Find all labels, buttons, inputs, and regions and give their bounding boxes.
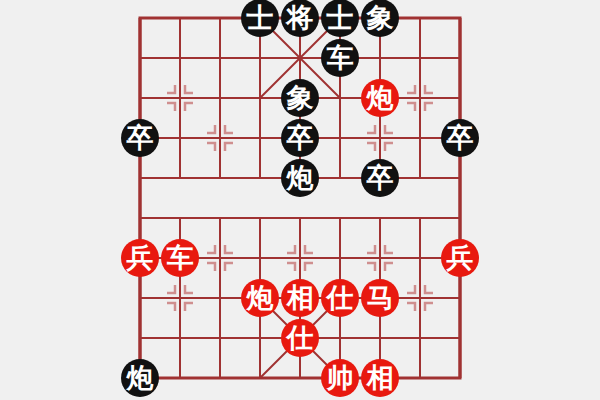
board-point[interactable]: [440, 198, 480, 238]
board-point[interactable]: [440, 158, 480, 198]
board-point[interactable]: [240, 38, 280, 78]
board-point[interactable]: [360, 118, 400, 158]
piece-red-cannon[interactable]: 炮: [361, 79, 399, 117]
piece-red-soldier[interactable]: 兵: [121, 239, 159, 277]
board-point[interactable]: [280, 358, 320, 398]
piece-black-soldier[interactable]: 卒: [281, 119, 319, 157]
piece-black-soldier[interactable]: 卒: [121, 119, 159, 157]
board-point[interactable]: [440, 38, 480, 78]
board-point[interactable]: 兵: [440, 238, 480, 278]
board-point[interactable]: [240, 358, 280, 398]
board-point[interactable]: [200, 198, 240, 238]
piece-black-advisor[interactable]: 士: [241, 0, 279, 37]
board-point[interactable]: [200, 358, 240, 398]
board-point[interactable]: [440, 278, 480, 318]
board-point[interactable]: [160, 158, 200, 198]
board-grid: 士将士象车象炮卒卒卒炮卒兵车兵炮相仕马仕炮帅相: [120, 0, 480, 398]
board-point[interactable]: 车: [320, 38, 360, 78]
board-point[interactable]: [400, 78, 440, 118]
board-point[interactable]: 马: [360, 278, 400, 318]
board-point[interactable]: 相: [360, 358, 400, 398]
piece-red-horse[interactable]: 马: [361, 279, 399, 317]
piece-red-general[interactable]: 帅: [321, 359, 359, 397]
board-point[interactable]: [320, 78, 360, 118]
board-point[interactable]: [160, 118, 200, 158]
board-point[interactable]: 帅: [320, 358, 360, 398]
board-point[interactable]: [400, 0, 440, 38]
board-point[interactable]: [120, 198, 160, 238]
board-point[interactable]: [200, 318, 240, 358]
piece-black-elephant[interactable]: 象: [361, 0, 399, 37]
board-point[interactable]: 炮: [360, 78, 400, 118]
board-point[interactable]: [320, 118, 360, 158]
board-point[interactable]: [160, 318, 200, 358]
board-point[interactable]: [440, 318, 480, 358]
piece-black-soldier[interactable]: 卒: [361, 159, 399, 197]
piece-black-general[interactable]: 将: [281, 0, 319, 37]
board-point[interactable]: [120, 318, 160, 358]
board-point[interactable]: [120, 0, 160, 38]
board-point[interactable]: 卒: [280, 118, 320, 158]
board-point[interactable]: [240, 198, 280, 238]
board-point[interactable]: [280, 38, 320, 78]
board-point[interactable]: [160, 198, 200, 238]
board-point[interactable]: 卒: [440, 118, 480, 158]
board-point[interactable]: [280, 198, 320, 238]
piece-red-elephant[interactable]: 相: [361, 359, 399, 397]
board-point[interactable]: 车: [160, 238, 200, 278]
board-point[interactable]: [200, 38, 240, 78]
board-point[interactable]: [360, 238, 400, 278]
piece-black-advisor[interactable]: 士: [321, 0, 359, 37]
board-point[interactable]: [400, 318, 440, 358]
piece-red-elephant[interactable]: 相: [281, 279, 319, 317]
board-point[interactable]: [200, 0, 240, 38]
board-point[interactable]: [240, 318, 280, 358]
board-point[interactable]: [240, 238, 280, 278]
board-point[interactable]: 卒: [360, 158, 400, 198]
board-point[interactable]: 将: [280, 0, 320, 38]
board-point[interactable]: [160, 38, 200, 78]
board-point[interactable]: [240, 158, 280, 198]
board-point[interactable]: 象: [280, 78, 320, 118]
piece-red-soldier[interactable]: 兵: [441, 239, 479, 277]
board-point[interactable]: 相: [280, 278, 320, 318]
board-point[interactable]: 炮: [240, 278, 280, 318]
piece-red-chariot[interactable]: 车: [161, 239, 199, 277]
piece-black-cannon[interactable]: 炮: [281, 159, 319, 197]
board-point[interactable]: 兵: [120, 238, 160, 278]
board-point[interactable]: [440, 78, 480, 118]
board-point[interactable]: [360, 198, 400, 238]
board-point[interactable]: [200, 78, 240, 118]
board-point[interactable]: 仕: [320, 278, 360, 318]
board-point[interactable]: [160, 278, 200, 318]
board-point[interactable]: [120, 158, 160, 198]
xiangqi-board: 士将士象车象炮卒卒卒炮卒兵车兵炮相仕马仕炮帅相: [0, 0, 600, 400]
piece-black-cannon[interactable]: 炮: [121, 359, 159, 397]
board-point[interactable]: [440, 358, 480, 398]
board-point[interactable]: [160, 78, 200, 118]
board-point[interactable]: 炮: [120, 358, 160, 398]
board-point[interactable]: [320, 158, 360, 198]
board-point[interactable]: [320, 198, 360, 238]
board-point[interactable]: 炮: [280, 158, 320, 198]
board-point[interactable]: [400, 118, 440, 158]
board-point[interactable]: [440, 0, 480, 38]
piece-black-chariot[interactable]: 车: [321, 39, 359, 77]
board-point[interactable]: [200, 118, 240, 158]
board-point[interactable]: 仕: [280, 318, 320, 358]
board-point[interactable]: [320, 238, 360, 278]
board-point[interactable]: [400, 278, 440, 318]
board-point[interactable]: [240, 118, 280, 158]
board-point[interactable]: [120, 38, 160, 78]
board-point[interactable]: [160, 358, 200, 398]
piece-red-advisor[interactable]: 仕: [281, 319, 319, 357]
board-point[interactable]: [200, 278, 240, 318]
board-point[interactable]: [200, 238, 240, 278]
board-point[interactable]: [400, 198, 440, 238]
board-point[interactable]: [120, 278, 160, 318]
piece-black-soldier[interactable]: 卒: [441, 119, 479, 157]
board-point[interactable]: 象: [360, 0, 400, 38]
piece-red-advisor[interactable]: 仕: [321, 279, 359, 317]
board-point[interactable]: [400, 38, 440, 78]
board-point[interactable]: [360, 318, 400, 358]
board-point[interactable]: 卒: [120, 118, 160, 158]
board-point[interactable]: [360, 38, 400, 78]
board-point[interactable]: [160, 0, 200, 38]
piece-red-cannon[interactable]: 炮: [241, 279, 279, 317]
board-point[interactable]: [200, 158, 240, 198]
board-point[interactable]: [280, 238, 320, 278]
board-point[interactable]: [120, 78, 160, 118]
board-point[interactable]: [240, 78, 280, 118]
board-point[interactable]: [400, 238, 440, 278]
board-point[interactable]: [320, 318, 360, 358]
board-point[interactable]: [400, 158, 440, 198]
board-point[interactable]: 士: [320, 0, 360, 38]
board-point[interactable]: [400, 358, 440, 398]
board-point[interactable]: 士: [240, 0, 280, 38]
piece-black-elephant[interactable]: 象: [281, 79, 319, 117]
